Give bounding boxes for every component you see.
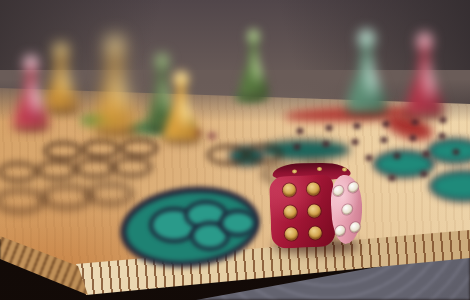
pawn-yellow-front-mid-body: [160, 70, 202, 140]
die-pip-gold: [283, 184, 297, 198]
die-pip-silver: [342, 203, 352, 215]
pawn-yellow-mid-left-body: [92, 34, 138, 132]
pawns-layer: [0, 0, 470, 300]
pawn-yellow-front-mid: [160, 70, 202, 140]
die-pip-silver: [335, 225, 345, 237]
die-pip-gold: [308, 226, 322, 240]
die-pip-silver: [348, 181, 358, 193]
die-pip-gold: [307, 204, 321, 218]
die-top-glint: [292, 169, 297, 173]
pawn-green-right-body: [343, 28, 390, 112]
pawn-red-right-body: [403, 31, 446, 115]
board-game-photo: [0, 0, 470, 300]
pawn-yellow-mid-left: [92, 34, 138, 132]
die-pip-silver: [349, 221, 359, 233]
pawn-green-right: [343, 28, 390, 112]
die-top-glint: [317, 167, 322, 171]
die-pip-gold: [306, 183, 320, 197]
pawn-red-left-body: [11, 54, 51, 128]
die-pip-silver: [333, 185, 343, 197]
die-top-glint: [342, 168, 347, 172]
die-front-face-six: [269, 174, 336, 249]
pawn-green-back-mid: [237, 28, 270, 96]
pawn-green-back-mid-body: [237, 28, 270, 96]
red-die: [264, 160, 366, 250]
pawn-red-right: [403, 31, 446, 115]
pawn-red-left: [11, 54, 51, 128]
die-pip-gold: [285, 227, 299, 241]
die-pip-gold: [284, 205, 298, 219]
